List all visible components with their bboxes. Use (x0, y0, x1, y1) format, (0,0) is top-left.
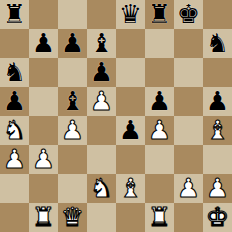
white-knight-a4[interactable]: ♞ (3, 116, 26, 145)
black-pawn-a5[interactable]: ♟ (3, 87, 26, 116)
square-f3[interactable] (145, 145, 174, 174)
white-king-h1[interactable]: ♚ (206, 203, 229, 232)
square-d1[interactable] (87, 203, 116, 232)
square-e8[interactable]: ♛ (116, 0, 145, 29)
square-f8[interactable]: ♜ (145, 0, 174, 29)
square-e5[interactable] (116, 87, 145, 116)
square-h3[interactable] (203, 145, 232, 174)
square-a4[interactable]: ♞ (0, 116, 29, 145)
square-g8[interactable]: ♚ (174, 0, 203, 29)
square-c7[interactable]: ♟ (58, 29, 87, 58)
square-c3[interactable] (58, 145, 87, 174)
square-c6[interactable] (58, 58, 87, 87)
square-e7[interactable] (116, 29, 145, 58)
square-c2[interactable] (58, 174, 87, 203)
square-g1[interactable] (174, 203, 203, 232)
square-d4[interactable] (87, 116, 116, 145)
square-f1[interactable]: ♜ (145, 203, 174, 232)
square-a3[interactable]: ♟ (0, 145, 29, 174)
square-h2[interactable]: ♟ (203, 174, 232, 203)
white-pawn-a3[interactable]: ♟ (3, 145, 26, 174)
square-b5[interactable] (29, 87, 58, 116)
square-e4[interactable]: ♟ (116, 116, 145, 145)
square-b8[interactable] (29, 0, 58, 29)
square-b3[interactable]: ♟ (29, 145, 58, 174)
square-b7[interactable]: ♟ (29, 29, 58, 58)
square-g2[interactable]: ♟ (174, 174, 203, 203)
black-pawn-c7[interactable]: ♟ (61, 29, 84, 58)
black-knight-h7[interactable]: ♞ (206, 29, 229, 58)
square-a8[interactable]: ♜ (0, 0, 29, 29)
square-c1[interactable]: ♛ (58, 203, 87, 232)
square-e1[interactable] (116, 203, 145, 232)
white-bishop-h4[interactable]: ♝ (206, 116, 229, 145)
square-f4[interactable]: ♟ (145, 116, 174, 145)
square-h6[interactable] (203, 58, 232, 87)
square-d3[interactable] (87, 145, 116, 174)
square-f7[interactable] (145, 29, 174, 58)
black-rook-f8[interactable]: ♜ (148, 0, 171, 29)
square-a2[interactable] (0, 174, 29, 203)
black-pawn-h5[interactable]: ♟ (206, 87, 229, 116)
chess-board: ♜♛♜♚♟♟♝♞♞♟♟♝♟♟♟♞♟♟♟♝♟♟♞♝♟♟♜♛♜♚ (0, 0, 232, 232)
square-d8[interactable] (87, 0, 116, 29)
white-rook-f1[interactable]: ♜ (148, 203, 171, 232)
square-b1[interactable]: ♜ (29, 203, 58, 232)
square-h7[interactable]: ♞ (203, 29, 232, 58)
black-bishop-c5[interactable]: ♝ (61, 87, 84, 116)
square-h4[interactable]: ♝ (203, 116, 232, 145)
square-a7[interactable] (0, 29, 29, 58)
white-pawn-f4[interactable]: ♟ (148, 116, 171, 145)
square-f6[interactable] (145, 58, 174, 87)
square-a1[interactable] (0, 203, 29, 232)
square-c8[interactable] (58, 0, 87, 29)
black-pawn-d6[interactable]: ♟ (90, 58, 113, 87)
white-pawn-d5[interactable]: ♟ (90, 87, 113, 116)
square-g6[interactable] (174, 58, 203, 87)
white-pawn-g2[interactable]: ♟ (177, 174, 200, 203)
square-d5[interactable]: ♟ (87, 87, 116, 116)
square-f5[interactable]: ♟ (145, 87, 174, 116)
square-g5[interactable] (174, 87, 203, 116)
square-d7[interactable]: ♝ (87, 29, 116, 58)
white-rook-b1[interactable]: ♜ (32, 203, 55, 232)
white-bishop-e2[interactable]: ♝ (119, 174, 142, 203)
white-pawn-h2[interactable]: ♟ (206, 174, 229, 203)
black-rook-a8[interactable]: ♜ (3, 0, 26, 29)
black-pawn-b7[interactable]: ♟ (32, 29, 55, 58)
white-pawn-c4[interactable]: ♟ (61, 116, 84, 145)
square-d6[interactable]: ♟ (87, 58, 116, 87)
square-b4[interactable] (29, 116, 58, 145)
square-g3[interactable] (174, 145, 203, 174)
black-pawn-f5[interactable]: ♟ (148, 87, 171, 116)
white-knight-d2[interactable]: ♞ (90, 174, 113, 203)
square-h5[interactable]: ♟ (203, 87, 232, 116)
square-g4[interactable] (174, 116, 203, 145)
square-e2[interactable]: ♝ (116, 174, 145, 203)
square-g7[interactable] (174, 29, 203, 58)
white-pawn-b3[interactable]: ♟ (32, 145, 55, 174)
square-c5[interactable]: ♝ (58, 87, 87, 116)
square-e3[interactable] (116, 145, 145, 174)
square-h8[interactable] (203, 0, 232, 29)
square-a6[interactable]: ♞ (0, 58, 29, 87)
black-queen-e8[interactable]: ♛ (119, 0, 142, 29)
square-b2[interactable] (29, 174, 58, 203)
white-queen-c1[interactable]: ♛ (61, 203, 84, 232)
black-knight-a6[interactable]: ♞ (3, 58, 26, 87)
square-c4[interactable]: ♟ (58, 116, 87, 145)
square-h1[interactable]: ♚ (203, 203, 232, 232)
square-e6[interactable] (116, 58, 145, 87)
black-pawn-e4[interactable]: ♟ (119, 116, 142, 145)
black-king-g8[interactable]: ♚ (177, 0, 200, 29)
square-b6[interactable] (29, 58, 58, 87)
square-f2[interactable] (145, 174, 174, 203)
square-a5[interactable]: ♟ (0, 87, 29, 116)
black-bishop-d7[interactable]: ♝ (90, 29, 113, 58)
square-d2[interactable]: ♞ (87, 174, 116, 203)
